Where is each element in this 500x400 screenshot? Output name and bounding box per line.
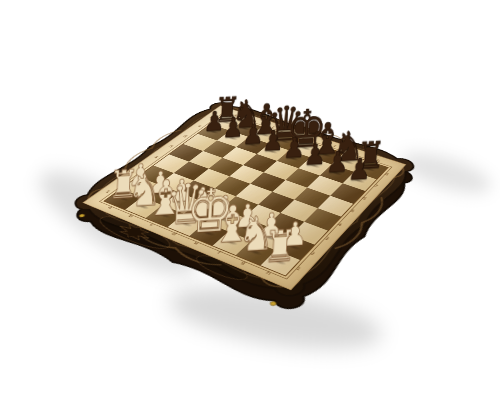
photo-scene: aabbccddeeffgghh8877665544332211 ♜♞♝♛♚♝♞… [0, 0, 500, 400]
piece-white-rook-h1[interactable]: ♜ [261, 224, 300, 269]
chess-board-3d: aabbccddeeffgghh8877665544332211 ♜♞♝♛♚♝♞… [40, 90, 442, 323]
